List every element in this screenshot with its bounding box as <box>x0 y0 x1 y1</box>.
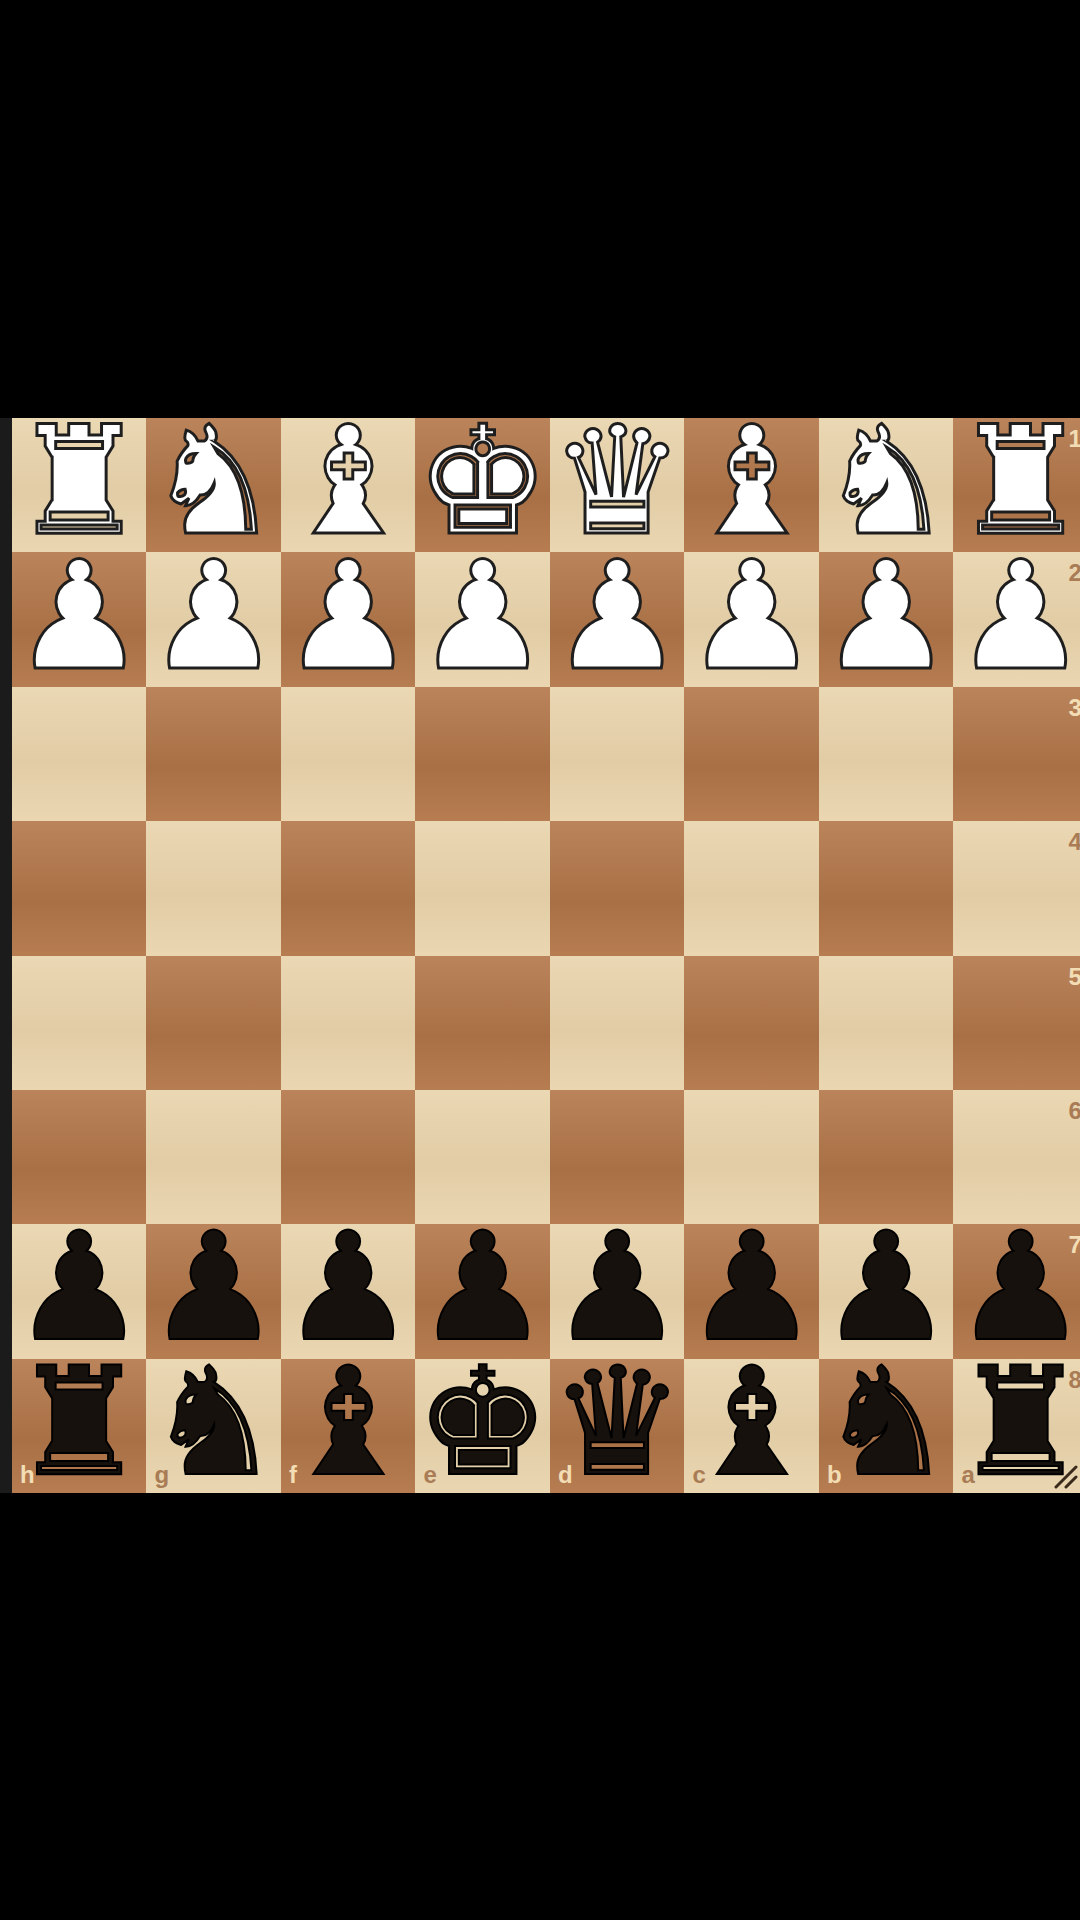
square-e8[interactable]: ♚e <box>415 1359 549 1493</box>
square-c8[interactable]: ♝c <box>684 1359 818 1493</box>
square-g5[interactable] <box>146 956 280 1090</box>
square-e3[interactable] <box>415 687 549 821</box>
square-h3[interactable] <box>12 687 146 821</box>
rank-label-6: 6 <box>1069 1099 1080 1123</box>
square-c4[interactable] <box>684 821 818 955</box>
square-b4[interactable] <box>819 821 953 955</box>
piece-wP-b2[interactable]: ♟ <box>819 549 953 683</box>
square-e5[interactable] <box>415 956 549 1090</box>
piece-wP-d2[interactable]: ♟ <box>550 549 684 683</box>
square-e4[interactable] <box>415 821 549 955</box>
board-left-gutter <box>0 418 12 1493</box>
square-d4[interactable] <box>550 821 684 955</box>
square-g8[interactable]: ♞g <box>146 1359 280 1493</box>
square-f3[interactable] <box>281 687 415 821</box>
piece-bN-g8[interactable]: ♞ <box>146 1355 280 1489</box>
square-h8[interactable]: ♜h <box>12 1359 146 1493</box>
square-f5[interactable] <box>281 956 415 1090</box>
square-a4[interactable]: 4 <box>953 821 1080 955</box>
square-b3[interactable] <box>819 687 953 821</box>
square-a3[interactable]: 3 <box>953 687 1080 821</box>
piece-bB-c8[interactable]: ♝ <box>684 1355 818 1489</box>
square-f2[interactable]: ♟ <box>281 552 415 686</box>
square-g2[interactable]: ♟ <box>146 552 280 686</box>
piece-bR-h8[interactable]: ♜ <box>12 1355 146 1489</box>
piece-wP-e2[interactable]: ♟ <box>415 549 549 683</box>
square-c5[interactable] <box>684 956 818 1090</box>
square-c2[interactable]: ♟ <box>684 552 818 686</box>
square-d5[interactable] <box>550 956 684 1090</box>
resize-handle-icon[interactable] <box>1052 1463 1078 1489</box>
piece-bB-f8[interactable]: ♝ <box>281 1355 415 1489</box>
square-g4[interactable] <box>146 821 280 955</box>
piece-wP-c2[interactable]: ♟ <box>684 549 818 683</box>
square-a5[interactable]: 5 <box>953 956 1080 1090</box>
square-b5[interactable] <box>819 956 953 1090</box>
square-f4[interactable] <box>281 821 415 955</box>
chess-board: ♜♞♝♚♛♝♞♜1♟♟♟♟♟♟♟♟23456♟♟♟♟♟♟♟♟7♜h♞g♝f♚e♛… <box>12 418 1080 1493</box>
square-d3[interactable] <box>550 687 684 821</box>
square-d2[interactable]: ♟ <box>550 552 684 686</box>
square-b2[interactable]: ♟ <box>819 552 953 686</box>
square-g3[interactable] <box>146 687 280 821</box>
square-h2[interactable]: ♟ <box>12 552 146 686</box>
square-f8[interactable]: ♝f <box>281 1359 415 1493</box>
piece-bQ-d8[interactable]: ♛ <box>550 1355 684 1489</box>
piece-bN-b8[interactable]: ♞ <box>819 1355 953 1489</box>
rank-label-4: 4 <box>1069 830 1080 854</box>
square-a2[interactable]: ♟2 <box>953 552 1080 686</box>
piece-wP-h2[interactable]: ♟ <box>12 549 146 683</box>
rank-label-5: 5 <box>1069 965 1080 989</box>
piece-wP-g2[interactable]: ♟ <box>146 549 280 683</box>
square-e2[interactable]: ♟ <box>415 552 549 686</box>
square-h5[interactable] <box>12 956 146 1090</box>
app-background: ♜♞♝♚♛♝♞♜1♟♟♟♟♟♟♟♟23456♟♟♟♟♟♟♟♟7♜h♞g♝f♚e♛… <box>0 0 1080 1920</box>
piece-wP-f2[interactable]: ♟ <box>281 549 415 683</box>
square-c3[interactable] <box>684 687 818 821</box>
square-h4[interactable] <box>12 821 146 955</box>
rank-label-3: 3 <box>1069 696 1080 720</box>
square-d8[interactable]: ♛d <box>550 1359 684 1493</box>
square-b8[interactable]: ♞b <box>819 1359 953 1493</box>
piece-bK-e8[interactable]: ♚ <box>415 1355 549 1489</box>
piece-wP-a2[interactable]: ♟ <box>953 549 1080 683</box>
